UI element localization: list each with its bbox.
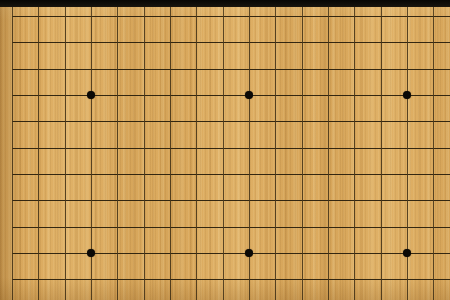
board-cell[interactable] (196, 174, 222, 200)
board-cell[interactable] (302, 200, 328, 226)
board-cell[interactable] (117, 42, 143, 68)
board-cell[interactable] (117, 279, 143, 300)
board-cell[interactable] (249, 95, 275, 121)
board-cell[interactable] (65, 95, 91, 121)
board-cell[interactable] (223, 16, 249, 42)
board-cell[interactable] (275, 227, 301, 253)
board-cell[interactable] (196, 16, 222, 42)
board-cell[interactable] (328, 279, 354, 300)
board-cell[interactable] (407, 121, 433, 147)
board-cell[interactable] (381, 174, 407, 200)
board-cell[interactable] (117, 200, 143, 226)
board-cell[interactable] (381, 95, 407, 121)
board-cell[interactable] (65, 16, 91, 42)
board-cell[interactable] (407, 253, 433, 279)
board-cell[interactable] (12, 279, 38, 300)
board-cell[interactable] (354, 69, 380, 95)
board-cell[interactable] (302, 42, 328, 68)
board-cell[interactable] (433, 16, 450, 42)
board-cell[interactable] (328, 95, 354, 121)
board-cell[interactable] (170, 174, 196, 200)
board-cell[interactable] (91, 121, 117, 147)
board-cell[interactable] (249, 174, 275, 200)
board-cell[interactable] (144, 42, 170, 68)
board-cell[interactable] (302, 174, 328, 200)
board-cell[interactable] (170, 69, 196, 95)
board-cell[interactable] (223, 227, 249, 253)
board-cell[interactable] (65, 69, 91, 95)
board-cell[interactable] (249, 200, 275, 226)
board-cell[interactable] (328, 121, 354, 147)
grid-top-margin-lines (12, 7, 450, 16)
board-cell[interactable] (91, 95, 117, 121)
board-cell[interactable] (328, 200, 354, 226)
board-cell[interactable] (407, 174, 433, 200)
board-cell[interactable] (381, 42, 407, 68)
board-cell[interactable] (328, 174, 354, 200)
board-cell[interactable] (381, 121, 407, 147)
board-cell[interactable] (249, 253, 275, 279)
board-cell[interactable] (91, 148, 117, 174)
board-cell[interactable] (249, 42, 275, 68)
board-cell[interactable] (302, 253, 328, 279)
board-cell[interactable] (38, 69, 64, 95)
board-cell[interactable] (223, 174, 249, 200)
board-cell[interactable] (144, 174, 170, 200)
board-cell[interactable] (381, 16, 407, 42)
board-cell[interactable] (433, 95, 450, 121)
board-cell[interactable] (275, 42, 301, 68)
board-cell[interactable] (223, 200, 249, 226)
board-cell[interactable] (38, 227, 64, 253)
board-cell[interactable] (38, 279, 64, 300)
board-cell[interactable] (91, 253, 117, 279)
board-cell[interactable] (196, 227, 222, 253)
board-cell[interactable] (249, 69, 275, 95)
board-cell[interactable] (65, 42, 91, 68)
board-cell[interactable] (170, 95, 196, 121)
board-cell[interactable] (275, 253, 301, 279)
board-cell[interactable] (407, 227, 433, 253)
board-cell[interactable] (12, 148, 38, 174)
board-cell[interactable] (433, 121, 450, 147)
board-cell[interactable] (65, 121, 91, 147)
go-app-frame (0, 0, 450, 300)
board-cell[interactable] (275, 200, 301, 226)
board-cell[interactable] (117, 253, 143, 279)
board-cell[interactable] (249, 279, 275, 300)
board-cell[interactable] (249, 148, 275, 174)
board-cell[interactable] (407, 16, 433, 42)
board-cell[interactable] (196, 121, 222, 147)
board-cell[interactable] (117, 95, 143, 121)
board-cell[interactable] (65, 174, 91, 200)
board-cell[interactable] (196, 279, 222, 300)
board-cell[interactable] (433, 227, 450, 253)
board-cell[interactable] (302, 121, 328, 147)
board-cell[interactable] (38, 174, 64, 200)
board-cell[interactable] (275, 148, 301, 174)
board-cell[interactable] (433, 69, 450, 95)
board-cell[interactable] (354, 148, 380, 174)
board-cell[interactable] (275, 95, 301, 121)
board-cell[interactable] (196, 42, 222, 68)
board-cell[interactable] (117, 227, 143, 253)
board-cell[interactable] (12, 174, 38, 200)
board-cell[interactable] (170, 148, 196, 174)
board-cell[interactable] (381, 253, 407, 279)
board-cell[interactable] (196, 95, 222, 121)
board-cell[interactable] (65, 200, 91, 226)
board-cell[interactable] (144, 95, 170, 121)
board-cell[interactable] (12, 42, 38, 68)
board-cell[interactable] (196, 253, 222, 279)
board-cell[interactable] (433, 279, 450, 300)
board-cell[interactable] (354, 200, 380, 226)
board-cell[interactable] (433, 148, 450, 174)
board-cell[interactable] (275, 279, 301, 300)
board-cell[interactable] (38, 42, 64, 68)
board-cell[interactable] (381, 200, 407, 226)
board-cell[interactable] (12, 95, 38, 121)
board-cell[interactable] (223, 279, 249, 300)
board-cell[interactable] (65, 227, 91, 253)
board-cell[interactable] (12, 253, 38, 279)
board-cell[interactable] (249, 227, 275, 253)
board-cell[interactable] (65, 279, 91, 300)
board-cell[interactable] (91, 174, 117, 200)
board-cell[interactable] (407, 200, 433, 226)
board-cell[interactable] (302, 227, 328, 253)
board-cell[interactable] (223, 253, 249, 279)
board-cell[interactable] (196, 148, 222, 174)
board-cell[interactable] (354, 16, 380, 42)
board-cell[interactable] (38, 253, 64, 279)
board-cell[interactable] (302, 148, 328, 174)
board-cell[interactable] (117, 174, 143, 200)
board-cell[interactable] (65, 253, 91, 279)
board-cell[interactable] (354, 95, 380, 121)
board-cell[interactable] (196, 200, 222, 226)
board-cell[interactable] (381, 227, 407, 253)
board-cell[interactable] (170, 42, 196, 68)
board-cell[interactable] (170, 253, 196, 279)
board-cell[interactable] (381, 148, 407, 174)
board-cell[interactable] (302, 69, 328, 95)
board-cell[interactable] (12, 200, 38, 226)
board-cell[interactable] (275, 174, 301, 200)
go-board[interactable] (12, 16, 450, 300)
board-cell[interactable] (91, 69, 117, 95)
board-cell[interactable] (381, 69, 407, 95)
board-cell[interactable] (407, 69, 433, 95)
board-cell[interactable] (12, 121, 38, 147)
board-cell[interactable] (170, 227, 196, 253)
board-cell[interactable] (433, 253, 450, 279)
board-cell[interactable] (144, 148, 170, 174)
board-cell[interactable] (354, 227, 380, 253)
board-cell[interactable] (433, 200, 450, 226)
board-cell[interactable] (38, 121, 64, 147)
board-cell[interactable] (249, 16, 275, 42)
board-cell[interactable] (91, 200, 117, 226)
board-cell[interactable] (223, 148, 249, 174)
board-cell[interactable] (275, 16, 301, 42)
board-cell[interactable] (38, 95, 64, 121)
board-cell[interactable] (328, 16, 354, 42)
board-cell[interactable] (354, 279, 380, 300)
board-cell[interactable] (196, 69, 222, 95)
letterbox-bar-top (0, 0, 450, 7)
board-cell[interactable] (170, 279, 196, 300)
board-cell[interactable] (12, 227, 38, 253)
board-cell[interactable] (91, 42, 117, 68)
board-cell[interactable] (249, 121, 275, 147)
goban-wood-surface (0, 7, 450, 300)
board-cell[interactable] (433, 42, 450, 68)
board-cell[interactable] (354, 121, 380, 147)
board-cell[interactable] (328, 69, 354, 95)
board-cell[interactable] (328, 42, 354, 68)
board-cell[interactable] (302, 16, 328, 42)
board-cell[interactable] (38, 16, 64, 42)
board-cell[interactable] (275, 69, 301, 95)
board-cell[interactable] (144, 121, 170, 147)
board-cell[interactable] (328, 148, 354, 174)
board-cell[interactable] (117, 69, 143, 95)
board-cell[interactable] (38, 148, 64, 174)
board-cell[interactable] (223, 42, 249, 68)
board-cell[interactable] (144, 253, 170, 279)
board-cell[interactable] (381, 279, 407, 300)
board-cell[interactable] (91, 227, 117, 253)
board-cell[interactable] (117, 121, 143, 147)
board-cell[interactable] (91, 279, 117, 300)
board-cell[interactable] (144, 16, 170, 42)
board-cell[interactable] (91, 16, 117, 42)
board-cell[interactable] (117, 16, 143, 42)
board-cell[interactable] (170, 16, 196, 42)
board-cell[interactable] (65, 148, 91, 174)
board-cell[interactable] (328, 253, 354, 279)
board-cell[interactable] (38, 200, 64, 226)
board-cell[interactable] (407, 42, 433, 68)
board-cell[interactable] (223, 95, 249, 121)
board-cell[interactable] (12, 69, 38, 95)
board-cell[interactable] (144, 227, 170, 253)
board-cell[interactable] (223, 69, 249, 95)
board-cell[interactable] (302, 279, 328, 300)
board-cell[interactable] (354, 253, 380, 279)
board-cell[interactable] (170, 121, 196, 147)
board-cell[interactable] (144, 69, 170, 95)
board-cell[interactable] (275, 121, 301, 147)
board-cell[interactable] (354, 174, 380, 200)
board-cell[interactable] (117, 148, 143, 174)
board-cell[interactable] (12, 16, 38, 42)
board-cell[interactable] (223, 121, 249, 147)
board-cell[interactable] (407, 279, 433, 300)
board-cell[interactable] (328, 227, 354, 253)
board-cell[interactable] (433, 174, 450, 200)
board-cell[interactable] (302, 95, 328, 121)
board-cell[interactable] (407, 95, 433, 121)
board-cell[interactable] (144, 279, 170, 300)
board-cell[interactable] (170, 200, 196, 226)
board-cell[interactable] (407, 148, 433, 174)
board-cell[interactable] (354, 42, 380, 68)
board-cell[interactable] (144, 200, 170, 226)
